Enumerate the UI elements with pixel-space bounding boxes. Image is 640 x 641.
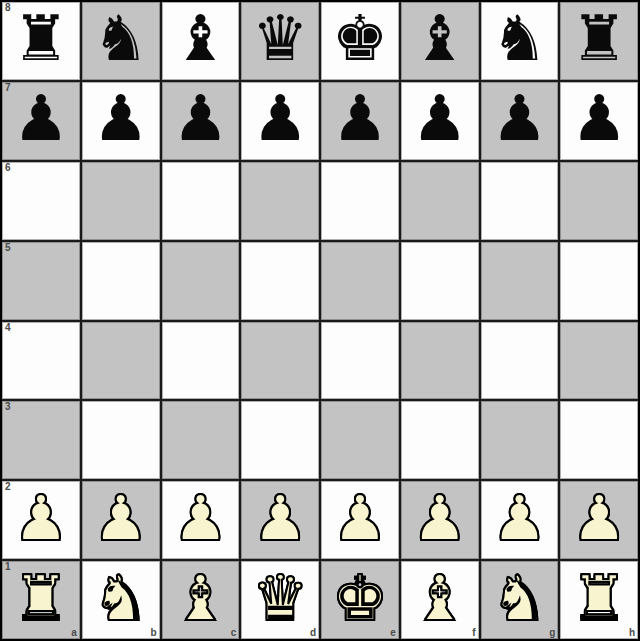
file-label-g: g: [549, 628, 555, 638]
white-king-e1[interactable]: ♚: [332, 567, 388, 630]
square-d3[interactable]: [241, 401, 319, 479]
square-g8[interactable]: ♞: [481, 2, 559, 80]
square-e2[interactable]: ♟: [321, 481, 399, 559]
square-f4[interactable]: [401, 322, 479, 400]
white-rook-a1[interactable]: ♜: [13, 567, 69, 630]
square-e7[interactable]: ♟: [321, 82, 399, 160]
square-c8[interactable]: ♝: [162, 2, 240, 80]
square-g1[interactable]: g♞: [481, 561, 559, 639]
white-knight-b1[interactable]: ♞: [92, 567, 148, 630]
square-f1[interactable]: f♝: [401, 561, 479, 639]
white-bishop-f1[interactable]: ♝: [411, 567, 467, 630]
square-b3[interactable]: [82, 401, 160, 479]
square-a8[interactable]: 8♜: [2, 2, 80, 80]
square-e5[interactable]: [321, 242, 399, 320]
white-rook-h1[interactable]: ♜: [571, 567, 627, 630]
white-pawn-a2[interactable]: ♟: [13, 487, 69, 550]
square-g2[interactable]: ♟: [481, 481, 559, 559]
black-queen-d8[interactable]: ♛: [252, 7, 308, 70]
file-label-b: b: [150, 628, 156, 638]
rank-label-4: 4: [5, 323, 11, 333]
black-pawn-a7[interactable]: ♟: [13, 87, 69, 150]
square-d5[interactable]: [241, 242, 319, 320]
square-b5[interactable]: [82, 242, 160, 320]
square-a2[interactable]: 2♟: [2, 481, 80, 559]
rank-label-8: 8: [5, 3, 11, 13]
square-g5[interactable]: [481, 242, 559, 320]
black-bishop-c8[interactable]: ♝: [172, 7, 228, 70]
square-f6[interactable]: [401, 162, 479, 240]
white-bishop-c1[interactable]: ♝: [172, 567, 228, 630]
rank-label-1: 1: [5, 562, 11, 572]
square-c2[interactable]: ♟: [162, 481, 240, 559]
square-a5[interactable]: 5: [2, 242, 80, 320]
file-label-d: d: [310, 628, 316, 638]
black-king-e8[interactable]: ♚: [332, 7, 388, 70]
square-d6[interactable]: [241, 162, 319, 240]
black-pawn-b7[interactable]: ♟: [92, 87, 148, 150]
rank-label-3: 3: [5, 402, 11, 412]
square-a1[interactable]: 1a♜: [2, 561, 80, 639]
square-d2[interactable]: ♟: [241, 481, 319, 559]
white-pawn-e2[interactable]: ♟: [332, 487, 388, 550]
square-b1[interactable]: b♞: [82, 561, 160, 639]
file-label-f: f: [472, 628, 475, 638]
rank-label-6: 6: [5, 163, 11, 173]
square-a4[interactable]: 4: [2, 322, 80, 400]
square-h1[interactable]: h♜: [560, 561, 638, 639]
black-pawn-c7[interactable]: ♟: [172, 87, 228, 150]
square-d1[interactable]: d♛: [241, 561, 319, 639]
rank-label-2: 2: [5, 482, 11, 492]
square-e4[interactable]: [321, 322, 399, 400]
board-grid: 8♜♞♝♛♚♝♞♜7♟♟♟♟♟♟♟♟65432♟♟♟♟♟♟♟♟1a♜b♞c♝d♛…: [2, 2, 638, 639]
square-c7[interactable]: ♟: [162, 82, 240, 160]
square-g6[interactable]: [481, 162, 559, 240]
square-a6[interactable]: 6: [2, 162, 80, 240]
white-pawn-g2[interactable]: ♟: [491, 487, 547, 550]
square-g4[interactable]: [481, 322, 559, 400]
black-rook-h8[interactable]: ♜: [571, 7, 627, 70]
square-d7[interactable]: ♟: [241, 82, 319, 160]
square-g7[interactable]: ♟: [481, 82, 559, 160]
square-c3[interactable]: [162, 401, 240, 479]
square-h8[interactable]: ♜: [560, 2, 638, 80]
square-f2[interactable]: ♟: [401, 481, 479, 559]
square-b4[interactable]: [82, 322, 160, 400]
white-pawn-b2[interactable]: ♟: [92, 487, 148, 550]
square-b2[interactable]: ♟: [82, 481, 160, 559]
square-h5[interactable]: [560, 242, 638, 320]
square-c1[interactable]: c♝: [162, 561, 240, 639]
square-a3[interactable]: 3: [2, 401, 80, 479]
square-f3[interactable]: [401, 401, 479, 479]
square-e6[interactable]: [321, 162, 399, 240]
square-d8[interactable]: ♛: [241, 2, 319, 80]
file-label-h: h: [629, 628, 635, 638]
square-h7[interactable]: ♟: [560, 82, 638, 160]
black-knight-g8[interactable]: ♞: [491, 7, 547, 70]
square-h6[interactable]: [560, 162, 638, 240]
black-pawn-e7[interactable]: ♟: [332, 87, 388, 150]
file-label-a: a: [71, 628, 77, 638]
square-h2[interactable]: ♟: [560, 481, 638, 559]
black-knight-b8[interactable]: ♞: [92, 7, 148, 70]
white-knight-g1[interactable]: ♞: [491, 567, 547, 630]
square-f8[interactable]: ♝: [401, 2, 479, 80]
square-h3[interactable]: [560, 401, 638, 479]
square-b7[interactable]: ♟: [82, 82, 160, 160]
white-pawn-d2[interactable]: ♟: [252, 487, 308, 550]
black-pawn-g7[interactable]: ♟: [491, 87, 547, 150]
rank-label-7: 7: [5, 83, 11, 93]
white-pawn-c2[interactable]: ♟: [172, 487, 228, 550]
square-e1[interactable]: e♚: [321, 561, 399, 639]
file-label-c: c: [231, 628, 237, 638]
square-g3[interactable]: [481, 401, 559, 479]
square-c6[interactable]: [162, 162, 240, 240]
square-e3[interactable]: [321, 401, 399, 479]
white-pawn-h2[interactable]: ♟: [571, 487, 627, 550]
black-pawn-h7[interactable]: ♟: [571, 87, 627, 150]
white-pawn-f2[interactable]: ♟: [411, 487, 467, 550]
square-b8[interactable]: ♞: [82, 2, 160, 80]
square-d4[interactable]: [241, 322, 319, 400]
file-label-e: e: [390, 628, 396, 638]
white-queen-d1[interactable]: ♛: [252, 567, 308, 630]
square-c5[interactable]: [162, 242, 240, 320]
black-pawn-d7[interactable]: ♟: [252, 87, 308, 150]
chess-board: 8♜♞♝♛♚♝♞♜7♟♟♟♟♟♟♟♟65432♟♟♟♟♟♟♟♟1a♜b♞c♝d♛…: [0, 0, 640, 641]
black-pawn-f7[interactable]: ♟: [411, 87, 467, 150]
square-f5[interactable]: [401, 242, 479, 320]
square-h4[interactable]: [560, 322, 638, 400]
black-rook-a8[interactable]: ♜: [13, 7, 69, 70]
square-e8[interactable]: ♚: [321, 2, 399, 80]
square-b6[interactable]: [82, 162, 160, 240]
square-a7[interactable]: 7♟: [2, 82, 80, 160]
rank-label-5: 5: [5, 243, 11, 253]
black-bishop-f8[interactable]: ♝: [411, 7, 467, 70]
square-f7[interactable]: ♟: [401, 82, 479, 160]
square-c4[interactable]: [162, 322, 240, 400]
